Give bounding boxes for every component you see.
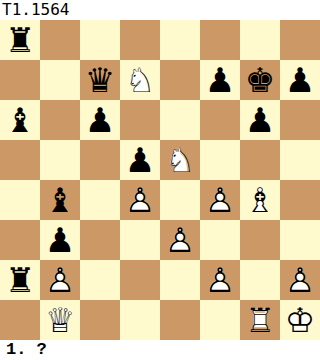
square-g4[interactable]: ♝♗ bbox=[240, 180, 280, 220]
square-g6[interactable]: ♟ bbox=[240, 100, 280, 140]
square-f7[interactable]: ♟ bbox=[200, 60, 240, 100]
piece-black-pawn: ♟ bbox=[120, 140, 160, 180]
square-f3[interactable] bbox=[200, 220, 240, 260]
square-e1[interactable] bbox=[160, 300, 200, 340]
square-g5[interactable] bbox=[240, 140, 280, 180]
square-e3[interactable]: ♟♙ bbox=[160, 220, 200, 260]
square-b2[interactable]: ♟♙ bbox=[40, 260, 80, 300]
square-e4[interactable] bbox=[160, 180, 200, 220]
square-g3[interactable] bbox=[240, 220, 280, 260]
square-b4[interactable]: ♝ bbox=[40, 180, 80, 220]
square-d2[interactable] bbox=[120, 260, 160, 300]
piece-white-knight: ♞♘ bbox=[160, 140, 200, 180]
puzzle-title: T1.1564 bbox=[0, 0, 320, 20]
square-e8[interactable] bbox=[160, 20, 200, 60]
square-c3[interactable] bbox=[80, 220, 120, 260]
piece-black-pawn: ♟ bbox=[280, 60, 320, 100]
square-e6[interactable] bbox=[160, 100, 200, 140]
square-b5[interactable] bbox=[40, 140, 80, 180]
square-d5[interactable]: ♟ bbox=[120, 140, 160, 180]
square-f1[interactable] bbox=[200, 300, 240, 340]
square-a2[interactable]: ♜ bbox=[0, 260, 40, 300]
piece-black-pawn: ♟ bbox=[80, 100, 120, 140]
piece-black-pawn: ♟ bbox=[40, 220, 80, 260]
square-d7[interactable]: ♞♘ bbox=[120, 60, 160, 100]
square-g8[interactable] bbox=[240, 20, 280, 60]
square-f5[interactable] bbox=[200, 140, 240, 180]
square-a7[interactable] bbox=[0, 60, 40, 100]
piece-black-rook: ♜ bbox=[0, 260, 40, 300]
square-f6[interactable] bbox=[200, 100, 240, 140]
square-a5[interactable] bbox=[0, 140, 40, 180]
square-c1[interactable] bbox=[80, 300, 120, 340]
square-g7[interactable]: ♚ bbox=[240, 60, 280, 100]
piece-white-pawn: ♟♙ bbox=[120, 180, 160, 220]
piece-black-queen: ♛ bbox=[80, 60, 120, 100]
piece-white-pawn: ♟♙ bbox=[280, 260, 320, 300]
square-c8[interactable] bbox=[80, 20, 120, 60]
piece-white-queen: ♛♕ bbox=[40, 300, 80, 340]
square-b1[interactable]: ♛♕ bbox=[40, 300, 80, 340]
piece-white-pawn: ♟♙ bbox=[160, 220, 200, 260]
piece-white-king: ♚♔ bbox=[280, 300, 320, 340]
square-e5[interactable]: ♞♘ bbox=[160, 140, 200, 180]
square-d4[interactable]: ♟♙ bbox=[120, 180, 160, 220]
piece-black-rook: ♜ bbox=[0, 20, 40, 60]
move-prompt: 1. ? bbox=[0, 340, 320, 360]
square-a4[interactable] bbox=[0, 180, 40, 220]
piece-black-bishop: ♝ bbox=[0, 100, 40, 140]
piece-black-king: ♚ bbox=[240, 60, 280, 100]
square-h5[interactable] bbox=[280, 140, 320, 180]
square-h8[interactable] bbox=[280, 20, 320, 60]
square-a6[interactable]: ♝ bbox=[0, 100, 40, 140]
square-b3[interactable]: ♟ bbox=[40, 220, 80, 260]
square-a3[interactable] bbox=[0, 220, 40, 260]
square-g1[interactable]: ♜♖ bbox=[240, 300, 280, 340]
square-a8[interactable]: ♜ bbox=[0, 20, 40, 60]
piece-white-pawn: ♟♙ bbox=[40, 260, 80, 300]
square-c5[interactable] bbox=[80, 140, 120, 180]
square-f4[interactable]: ♟♙ bbox=[200, 180, 240, 220]
piece-white-bishop: ♝♗ bbox=[240, 180, 280, 220]
piece-black-bishop: ♝ bbox=[40, 180, 80, 220]
square-d8[interactable] bbox=[120, 20, 160, 60]
square-c4[interactable] bbox=[80, 180, 120, 220]
piece-white-pawn: ♟♙ bbox=[200, 180, 240, 220]
square-b7[interactable] bbox=[40, 60, 80, 100]
chess-board: ♜♛♞♘♟♚♟♝♟♟♟♞♘♝♟♙♟♙♝♗♟♟♙♜♟♙♟♙♟♙♛♕♜♖♚♔ bbox=[0, 20, 320, 340]
square-a1[interactable] bbox=[0, 300, 40, 340]
square-h7[interactable]: ♟ bbox=[280, 60, 320, 100]
piece-black-pawn: ♟ bbox=[200, 60, 240, 100]
square-c7[interactable]: ♛ bbox=[80, 60, 120, 100]
square-f8[interactable] bbox=[200, 20, 240, 60]
square-e7[interactable] bbox=[160, 60, 200, 100]
square-g2[interactable] bbox=[240, 260, 280, 300]
piece-white-knight: ♞♘ bbox=[120, 60, 160, 100]
square-b6[interactable] bbox=[40, 100, 80, 140]
piece-white-pawn: ♟♙ bbox=[200, 260, 240, 300]
square-h1[interactable]: ♚♔ bbox=[280, 300, 320, 340]
piece-white-rook: ♜♖ bbox=[240, 300, 280, 340]
square-c2[interactable] bbox=[80, 260, 120, 300]
square-d6[interactable] bbox=[120, 100, 160, 140]
square-d1[interactable] bbox=[120, 300, 160, 340]
square-d3[interactable] bbox=[120, 220, 160, 260]
square-f2[interactable]: ♟♙ bbox=[200, 260, 240, 300]
square-e2[interactable] bbox=[160, 260, 200, 300]
piece-black-pawn: ♟ bbox=[240, 100, 280, 140]
square-b8[interactable] bbox=[40, 20, 80, 60]
square-h6[interactable] bbox=[280, 100, 320, 140]
square-h3[interactable] bbox=[280, 220, 320, 260]
square-h4[interactable] bbox=[280, 180, 320, 220]
square-c6[interactable]: ♟ bbox=[80, 100, 120, 140]
square-h2[interactable]: ♟♙ bbox=[280, 260, 320, 300]
